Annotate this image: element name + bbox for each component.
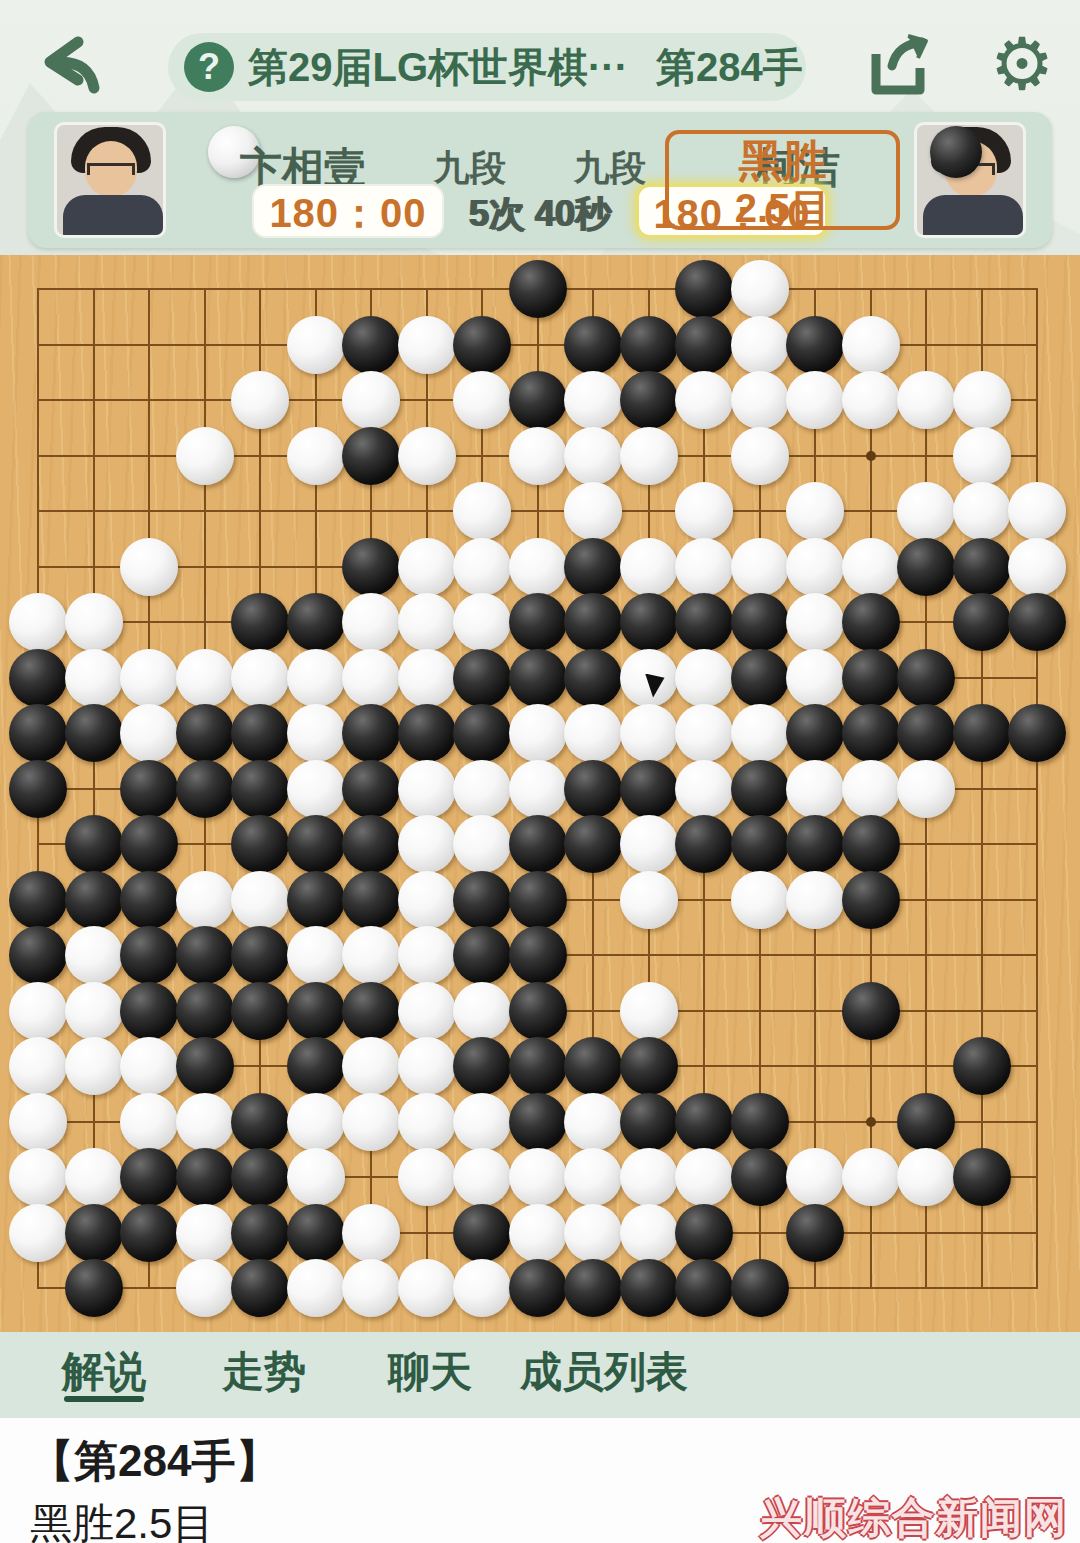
black-stone — [564, 760, 622, 818]
black-stone — [675, 1204, 733, 1262]
black-stone — [65, 815, 123, 873]
avatar-body — [923, 195, 1023, 238]
black-stone — [897, 1093, 955, 1151]
white-stone — [453, 1259, 511, 1317]
black-stone — [1008, 704, 1066, 762]
black-stone — [231, 593, 289, 651]
black-stone — [620, 316, 678, 374]
black-stone — [564, 316, 622, 374]
black-stone — [342, 982, 400, 1040]
black-stone — [842, 871, 900, 929]
white-stone — [398, 1093, 456, 1151]
help-icon[interactable]: ? — [184, 42, 234, 92]
white-stone — [842, 316, 900, 374]
white-stone — [9, 1093, 67, 1151]
white-stone — [65, 1037, 123, 1095]
white-stone — [398, 982, 456, 1040]
white-stone — [897, 1148, 955, 1206]
avatar-body — [63, 195, 163, 238]
black-stone — [342, 815, 400, 873]
white-stone — [398, 1259, 456, 1317]
white-stone — [176, 1093, 234, 1151]
white-stone — [564, 371, 622, 429]
black-stone — [509, 926, 567, 984]
white-stone — [842, 760, 900, 818]
active-tab-underline — [64, 1396, 144, 1402]
white-stone — [342, 1204, 400, 1262]
white-stone — [453, 815, 511, 873]
game-title: 第29届LG杯世界棋··· — [248, 40, 628, 95]
white-stone — [398, 538, 456, 596]
black-stone — [675, 260, 733, 318]
black-stone — [620, 371, 678, 429]
white-stone — [398, 427, 456, 485]
white-stone — [675, 760, 733, 818]
white-stone — [897, 760, 955, 818]
white-stone — [398, 316, 456, 374]
white-stone — [453, 482, 511, 540]
player-bar: 卞相壹 柯洁 180：00 180：00 5次 40秒 5次 40秒 九段 九段… — [28, 112, 1052, 248]
white-stone — [398, 760, 456, 818]
white-stone — [398, 649, 456, 707]
black-stone — [231, 760, 289, 818]
black-stone — [620, 1259, 678, 1317]
result-sub: 2.5目 — [669, 186, 896, 230]
commentary-move-title: 【第284手】 — [30, 1432, 279, 1491]
white-stone — [398, 926, 456, 984]
move-number: 第284手 — [656, 40, 803, 95]
white-stone — [731, 371, 789, 429]
black-stone — [342, 316, 400, 374]
black-stone — [731, 593, 789, 651]
white-stone — [453, 538, 511, 596]
white-stone — [842, 538, 900, 596]
left-player-clock: 180：00 — [252, 184, 444, 238]
app-screen: ? 第29届LG杯世界棋··· 第284手 ⚙ 卞相壹 柯洁 180：00 18… — [0, 0, 1080, 1543]
white-stone — [176, 649, 234, 707]
black-stone — [120, 871, 178, 929]
black-stone — [509, 649, 567, 707]
white-stone — [287, 1093, 345, 1151]
white-stone — [453, 982, 511, 1040]
black-stone — [231, 1148, 289, 1206]
result-main: 黑胜 — [669, 136, 896, 186]
white-stone — [509, 1204, 567, 1262]
black-stone — [120, 1204, 178, 1262]
black-stone — [509, 815, 567, 873]
white-stone — [620, 815, 678, 873]
black-stone — [509, 593, 567, 651]
black-stone — [897, 649, 955, 707]
black-stone — [120, 815, 178, 873]
black-stone — [120, 926, 178, 984]
black-stone — [287, 1037, 345, 1095]
black-stone — [731, 815, 789, 873]
white-stone — [287, 1148, 345, 1206]
black-stone — [731, 1259, 789, 1317]
white-stone — [231, 649, 289, 707]
white-stone — [1008, 482, 1066, 540]
black-stone — [953, 593, 1011, 651]
white-stone — [731, 316, 789, 374]
white-stone — [398, 1148, 456, 1206]
white-stone — [120, 1037, 178, 1095]
white-stone — [786, 593, 844, 651]
black-stone — [731, 1093, 789, 1151]
black-stone — [953, 538, 1011, 596]
black-stone — [897, 704, 955, 762]
black-stone — [842, 593, 900, 651]
black-stone — [675, 316, 733, 374]
white-stone — [65, 1148, 123, 1206]
white-stone — [620, 704, 678, 762]
white-stone — [620, 427, 678, 485]
black-stone — [287, 982, 345, 1040]
white-stone — [453, 593, 511, 651]
black-stone — [897, 538, 955, 596]
black-stone — [453, 871, 511, 929]
black-stone — [287, 871, 345, 929]
black-stone — [842, 649, 900, 707]
black-stone — [453, 649, 511, 707]
white-stone — [65, 926, 123, 984]
black-stone — [231, 704, 289, 762]
white-stone — [731, 427, 789, 485]
black-stone — [176, 1148, 234, 1206]
white-stone — [509, 538, 567, 596]
avatar-glasses — [87, 163, 135, 175]
white-stone — [9, 593, 67, 651]
black-stone — [176, 704, 234, 762]
white-stone — [786, 482, 844, 540]
white-stone — [842, 1148, 900, 1206]
black-stone — [786, 704, 844, 762]
white-stone — [675, 1148, 733, 1206]
settings-gear-icon[interactable]: ⚙ — [982, 24, 1062, 104]
black-stone — [509, 371, 567, 429]
black-stone — [731, 649, 789, 707]
black-stone — [564, 1259, 622, 1317]
white-stone — [953, 371, 1011, 429]
white-stone — [675, 538, 733, 596]
white-stone — [342, 649, 400, 707]
white-stone — [398, 815, 456, 873]
white-stone — [453, 1093, 511, 1151]
black-stone — [731, 1148, 789, 1206]
black-stone — [620, 593, 678, 651]
white-stone — [120, 704, 178, 762]
tab-1[interactable]: 解说 — [62, 1344, 146, 1400]
black-stone — [509, 260, 567, 318]
white-stone — [953, 427, 1011, 485]
white-stone — [564, 1093, 622, 1151]
white-stone — [176, 1204, 234, 1262]
black-stone — [453, 704, 511, 762]
white-stone — [564, 1204, 622, 1262]
black-stone — [786, 815, 844, 873]
black-stone — [842, 704, 900, 762]
white-stone — [731, 260, 789, 318]
black-stone — [675, 1259, 733, 1317]
black-stone — [564, 649, 622, 707]
white-stone — [453, 371, 511, 429]
black-stone — [453, 926, 511, 984]
black-stone — [9, 926, 67, 984]
black-stone-badge — [930, 126, 982, 178]
white-stone — [176, 871, 234, 929]
white-stone — [287, 760, 345, 818]
white-stone — [786, 649, 844, 707]
black-stone — [342, 871, 400, 929]
white-stone — [786, 760, 844, 818]
left-player-rank: 九段 — [574, 144, 646, 193]
black-stone — [453, 316, 511, 374]
black-stone — [453, 1037, 511, 1095]
black-stone — [675, 815, 733, 873]
white-stone — [1008, 538, 1066, 596]
white-stone — [9, 982, 67, 1040]
tab-2[interactable]: 走势 — [222, 1344, 306, 1400]
white-stone — [509, 704, 567, 762]
black-stone — [9, 760, 67, 818]
black-stone — [953, 704, 1011, 762]
black-stone — [9, 871, 67, 929]
go-board[interactable] — [0, 255, 1080, 1332]
black-stone — [231, 1204, 289, 1262]
white-stone — [342, 1037, 400, 1095]
white-stone — [398, 1037, 456, 1095]
white-stone — [398, 593, 456, 651]
white-stone — [287, 1259, 345, 1317]
white-stone — [786, 1148, 844, 1206]
black-stone — [231, 815, 289, 873]
white-stone — [620, 1204, 678, 1262]
watermark: 兴顺综合新闻网 — [760, 1490, 1068, 1543]
white-stone — [731, 538, 789, 596]
white-stone — [398, 871, 456, 929]
black-stone — [953, 1148, 1011, 1206]
white-stone — [342, 926, 400, 984]
white-stone — [342, 1259, 400, 1317]
black-stone — [342, 427, 400, 485]
white-stone — [342, 593, 400, 651]
star-point — [866, 451, 876, 461]
white-stone — [509, 760, 567, 818]
black-stone — [509, 982, 567, 1040]
white-stone — [675, 704, 733, 762]
white-stone — [564, 427, 622, 485]
white-stone — [65, 982, 123, 1040]
white-stone — [453, 1148, 511, 1206]
tab-3[interactable]: 聊天 — [388, 1344, 472, 1400]
black-stone — [231, 1259, 289, 1317]
back-button[interactable] — [28, 30, 108, 100]
black-stone — [9, 704, 67, 762]
black-stone — [620, 1093, 678, 1151]
black-stone — [287, 815, 345, 873]
black-stone — [564, 538, 622, 596]
black-stone — [176, 926, 234, 984]
white-stone — [675, 371, 733, 429]
white-stone — [65, 649, 123, 707]
white-stone — [9, 1148, 67, 1206]
white-stone — [287, 704, 345, 762]
white-stone — [620, 1148, 678, 1206]
white-stone — [564, 704, 622, 762]
white-stone — [65, 593, 123, 651]
black-stone — [564, 815, 622, 873]
black-stone — [176, 760, 234, 818]
white-stone — [120, 538, 178, 596]
white-stone — [842, 371, 900, 429]
white-stone — [231, 371, 289, 429]
white-stone — [786, 871, 844, 929]
black-stone — [65, 704, 123, 762]
commentary-panel: 【第284手】 黑胜2.5目 兴顺综合新闻网 — [0, 1418, 1080, 1543]
white-stone — [731, 704, 789, 762]
share-icon[interactable] — [862, 28, 938, 102]
white-stone — [342, 1093, 400, 1151]
black-stone — [509, 871, 567, 929]
white-stone — [897, 482, 955, 540]
black-stone — [287, 1204, 345, 1262]
black-stone — [342, 760, 400, 818]
black-stone — [1008, 593, 1066, 651]
white-stone — [120, 649, 178, 707]
white-stone — [287, 649, 345, 707]
white-stone — [620, 982, 678, 1040]
white-stone — [564, 1148, 622, 1206]
white-stone — [675, 482, 733, 540]
black-stone — [231, 926, 289, 984]
white-stone — [342, 371, 400, 429]
white-stone — [120, 1093, 178, 1151]
avatar-left-player[interactable] — [54, 122, 166, 238]
result-box: 黑胜 2.5目 — [665, 130, 900, 230]
black-stone — [176, 982, 234, 1040]
white-stone — [953, 482, 1011, 540]
black-stone — [509, 1259, 567, 1317]
grid-line — [1036, 288, 1038, 1289]
black-stone — [176, 1037, 234, 1095]
star-point — [866, 1117, 876, 1127]
white-stone — [287, 427, 345, 485]
black-stone — [342, 538, 400, 596]
right-player-rank: 九段 — [434, 144, 506, 193]
black-stone — [65, 1204, 123, 1262]
black-stone — [509, 1093, 567, 1151]
black-stone — [620, 1037, 678, 1095]
black-stone — [231, 1093, 289, 1151]
black-stone — [786, 1204, 844, 1262]
black-stone — [120, 982, 178, 1040]
white-stone — [620, 538, 678, 596]
black-stone — [786, 316, 844, 374]
white-stone — [731, 871, 789, 929]
white-stone — [231, 871, 289, 929]
white-stone — [509, 1148, 567, 1206]
black-stone — [953, 1037, 1011, 1095]
black-stone — [842, 815, 900, 873]
black-stone — [65, 1259, 123, 1317]
commentary-result-text: 黑胜2.5目 — [30, 1496, 214, 1543]
black-stone — [120, 1148, 178, 1206]
white-stone — [509, 427, 567, 485]
white-stone — [176, 427, 234, 485]
white-stone — [287, 316, 345, 374]
black-stone — [9, 649, 67, 707]
black-stone — [65, 871, 123, 929]
black-stone — [564, 593, 622, 651]
black-stone — [509, 1037, 567, 1095]
white-stone — [9, 1037, 67, 1095]
black-stone — [842, 982, 900, 1040]
white-stone — [564, 482, 622, 540]
black-stone — [453, 1204, 511, 1262]
white-stone — [620, 871, 678, 929]
black-stone — [120, 760, 178, 818]
black-stone — [342, 704, 400, 762]
white-stone — [786, 371, 844, 429]
black-stone — [731, 760, 789, 818]
black-stone — [287, 593, 345, 651]
white-stone — [9, 1204, 67, 1262]
white-stone — [897, 371, 955, 429]
white-stone — [786, 538, 844, 596]
game-title-pill[interactable]: ? 第29届LG杯世界棋··· 第284手 — [168, 33, 806, 101]
black-stone — [675, 1093, 733, 1151]
black-stone — [231, 982, 289, 1040]
white-stone — [675, 649, 733, 707]
right-byoyomi: 5次 40秒 — [468, 190, 610, 239]
white-stone — [287, 926, 345, 984]
white-stone — [453, 760, 511, 818]
black-stone — [564, 1037, 622, 1095]
black-stone — [398, 704, 456, 762]
tab-bar: 解说走势聊天成员列表 — [0, 1332, 1080, 1418]
black-stone — [675, 593, 733, 651]
tab-4[interactable]: 成员列表 — [520, 1344, 688, 1400]
white-stone — [176, 1259, 234, 1317]
black-stone — [620, 760, 678, 818]
